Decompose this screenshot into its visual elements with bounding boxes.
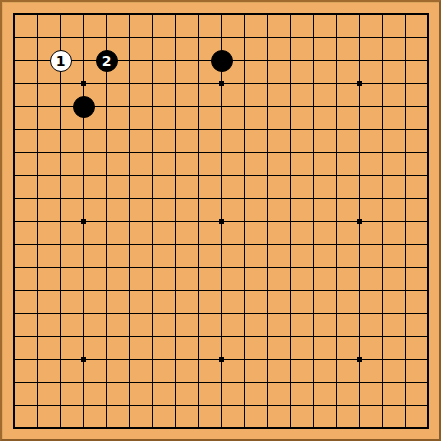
board-intersection[interactable] (141, 371, 164, 394)
board-intersection[interactable] (187, 26, 210, 49)
board-intersection[interactable] (394, 187, 417, 210)
board-intersection[interactable] (164, 210, 187, 233)
board-intersection[interactable] (325, 95, 348, 118)
board-intersection[interactable] (233, 348, 256, 371)
board-intersection[interactable] (348, 141, 371, 164)
board-intersection[interactable] (256, 3, 279, 26)
board-intersection[interactable] (348, 26, 371, 49)
board-intersection[interactable] (72, 26, 95, 49)
board-intersection[interactable] (325, 141, 348, 164)
board-intersection[interactable] (348, 72, 371, 95)
board-intersection[interactable] (417, 118, 440, 141)
board-intersection[interactable] (394, 417, 417, 440)
board-intersection[interactable] (72, 371, 95, 394)
board-intersection[interactable] (325, 279, 348, 302)
board-intersection[interactable] (394, 348, 417, 371)
board-intersection[interactable] (302, 118, 325, 141)
board-intersection[interactable] (325, 302, 348, 325)
board-intersection[interactable] (49, 210, 72, 233)
board-intersection[interactable] (210, 233, 233, 256)
board-intersection[interactable] (3, 417, 26, 440)
board-intersection[interactable] (118, 302, 141, 325)
board-intersection[interactable] (210, 210, 233, 233)
board-intersection[interactable] (187, 210, 210, 233)
board-intersection[interactable] (3, 118, 26, 141)
board-intersection[interactable] (72, 325, 95, 348)
board-intersection[interactable] (371, 3, 394, 26)
board-intersection[interactable] (118, 210, 141, 233)
board-intersection[interactable] (417, 141, 440, 164)
board-intersection[interactable] (279, 187, 302, 210)
board-intersection[interactable] (72, 210, 95, 233)
board-intersection[interactable] (141, 302, 164, 325)
board-intersection[interactable] (279, 141, 302, 164)
board-intersection[interactable] (302, 49, 325, 72)
board-intersection[interactable] (279, 26, 302, 49)
board-intersection[interactable] (302, 371, 325, 394)
board-intersection[interactable] (95, 3, 118, 26)
board-intersection[interactable] (141, 187, 164, 210)
board-intersection[interactable] (141, 49, 164, 72)
board-intersection[interactable] (187, 371, 210, 394)
board-intersection[interactable] (371, 256, 394, 279)
board-intersection[interactable] (210, 256, 233, 279)
board-intersection[interactable] (26, 26, 49, 49)
board-intersection[interactable] (187, 187, 210, 210)
board-intersection[interactable] (348, 256, 371, 279)
board-intersection[interactable] (348, 3, 371, 26)
board-intersection[interactable] (141, 118, 164, 141)
board-intersection[interactable] (26, 164, 49, 187)
board-intersection[interactable] (417, 26, 440, 49)
board-intersection[interactable] (256, 394, 279, 417)
board-intersection[interactable] (417, 371, 440, 394)
board-intersection[interactable] (371, 72, 394, 95)
board-intersection[interactable] (3, 302, 26, 325)
board-intersection[interactable] (417, 164, 440, 187)
board-intersection[interactable] (210, 49, 233, 72)
board-intersection[interactable] (371, 49, 394, 72)
board-intersection[interactable] (302, 394, 325, 417)
board-intersection[interactable] (72, 95, 95, 118)
board-intersection[interactable] (118, 394, 141, 417)
board-intersection[interactable] (256, 371, 279, 394)
board-intersection[interactable] (325, 187, 348, 210)
board-intersection[interactable] (49, 279, 72, 302)
board-intersection[interactable] (95, 256, 118, 279)
board-intersection[interactable] (279, 233, 302, 256)
board-intersection[interactable] (210, 348, 233, 371)
board-intersection[interactable] (164, 279, 187, 302)
board-intersection[interactable] (95, 371, 118, 394)
board-intersection[interactable] (302, 279, 325, 302)
board-intersection[interactable] (371, 371, 394, 394)
board-intersection[interactable] (394, 233, 417, 256)
board-intersection[interactable] (371, 210, 394, 233)
board-intersection[interactable] (3, 348, 26, 371)
board-intersection[interactable] (141, 3, 164, 26)
board-intersection[interactable] (348, 417, 371, 440)
board-intersection[interactable] (325, 371, 348, 394)
board-intersection[interactable] (256, 49, 279, 72)
board-intersection[interactable] (118, 348, 141, 371)
board-intersection[interactable] (348, 394, 371, 417)
board-intersection[interactable] (394, 95, 417, 118)
board-intersection[interactable] (371, 187, 394, 210)
board-intersection[interactable] (348, 348, 371, 371)
board-intersection[interactable] (3, 325, 26, 348)
board-intersection[interactable] (302, 26, 325, 49)
board-intersection[interactable] (233, 394, 256, 417)
board-intersection[interactable] (394, 371, 417, 394)
board-intersection[interactable] (210, 26, 233, 49)
board-intersection[interactable] (118, 279, 141, 302)
board-intersection[interactable] (49, 394, 72, 417)
board-intersection[interactable] (49, 95, 72, 118)
board-intersection[interactable] (187, 302, 210, 325)
board-intersection[interactable] (371, 279, 394, 302)
board-intersection[interactable] (95, 233, 118, 256)
board-intersection[interactable] (279, 256, 302, 279)
board-intersection[interactable] (325, 49, 348, 72)
board-intersection[interactable] (164, 3, 187, 26)
board-intersection[interactable] (371, 302, 394, 325)
board-intersection[interactable] (187, 141, 210, 164)
board-intersection[interactable] (3, 256, 26, 279)
board-intersection[interactable] (394, 164, 417, 187)
board-intersection[interactable] (233, 187, 256, 210)
board-intersection[interactable] (26, 279, 49, 302)
board-intersection[interactable] (95, 72, 118, 95)
board-intersection[interactable] (118, 72, 141, 95)
board-intersection[interactable] (49, 233, 72, 256)
board-intersection[interactable] (210, 371, 233, 394)
board-intersection[interactable] (371, 348, 394, 371)
board-intersection[interactable] (348, 279, 371, 302)
board-intersection[interactable] (417, 233, 440, 256)
board-intersection[interactable] (371, 164, 394, 187)
board-intersection[interactable] (3, 279, 26, 302)
board-intersection[interactable] (164, 72, 187, 95)
board-intersection[interactable] (49, 187, 72, 210)
board-intersection[interactable] (95, 325, 118, 348)
board-intersection[interactable] (256, 210, 279, 233)
board-intersection[interactable] (164, 348, 187, 371)
board-intersection[interactable] (256, 233, 279, 256)
board-intersection[interactable] (26, 3, 49, 26)
board-intersection[interactable] (233, 417, 256, 440)
board-intersection[interactable] (371, 325, 394, 348)
board-intersection[interactable] (279, 164, 302, 187)
board-intersection[interactable] (417, 348, 440, 371)
board-intersection[interactable] (302, 348, 325, 371)
board-intersection[interactable] (72, 72, 95, 95)
board-intersection[interactable] (95, 394, 118, 417)
board-intersection[interactable] (417, 187, 440, 210)
board-intersection[interactable] (417, 95, 440, 118)
board-intersection[interactable] (417, 49, 440, 72)
board-intersection[interactable] (141, 233, 164, 256)
board-intersection[interactable] (256, 348, 279, 371)
board-intersection[interactable]: 1 (49, 49, 72, 72)
board-intersection[interactable] (417, 279, 440, 302)
board-intersection[interactable] (348, 49, 371, 72)
board-intersection[interactable] (302, 187, 325, 210)
board-intersection[interactable] (95, 141, 118, 164)
board-intersection[interactable] (141, 394, 164, 417)
board-intersection[interactable] (302, 233, 325, 256)
board-intersection[interactable] (3, 187, 26, 210)
board-intersection[interactable] (371, 394, 394, 417)
board-intersection[interactable] (26, 187, 49, 210)
board-intersection[interactable] (417, 3, 440, 26)
board-intersection[interactable] (118, 118, 141, 141)
board-intersection[interactable] (233, 279, 256, 302)
board-intersection[interactable] (72, 164, 95, 187)
board-intersection[interactable] (72, 141, 95, 164)
board-intersection[interactable] (348, 164, 371, 187)
board-intersection[interactable] (233, 302, 256, 325)
board-intersection[interactable] (49, 302, 72, 325)
board-intersection[interactable] (141, 348, 164, 371)
board-intersection[interactable] (417, 256, 440, 279)
board-intersection[interactable] (164, 325, 187, 348)
board-intersection[interactable] (394, 118, 417, 141)
board-intersection[interactable] (279, 279, 302, 302)
board-intersection[interactable] (256, 26, 279, 49)
board-intersection[interactable] (256, 95, 279, 118)
board-intersection[interactable] (95, 118, 118, 141)
board-intersection[interactable] (325, 256, 348, 279)
board-intersection[interactable] (233, 118, 256, 141)
board-intersection[interactable] (279, 49, 302, 72)
board-intersection[interactable] (233, 256, 256, 279)
board-intersection[interactable] (302, 141, 325, 164)
board-intersection[interactable] (72, 348, 95, 371)
board-intersection[interactable] (49, 26, 72, 49)
board-intersection[interactable] (3, 394, 26, 417)
board-intersection[interactable] (279, 118, 302, 141)
board-intersection[interactable] (394, 279, 417, 302)
board-intersection[interactable] (187, 95, 210, 118)
board-intersection[interactable] (49, 118, 72, 141)
board-intersection[interactable] (325, 118, 348, 141)
board-intersection[interactable] (325, 325, 348, 348)
board-intersection[interactable] (210, 3, 233, 26)
board-intersection[interactable] (3, 371, 26, 394)
board-intersection[interactable] (187, 72, 210, 95)
board-intersection[interactable] (164, 394, 187, 417)
board-intersection[interactable] (141, 72, 164, 95)
board-intersection[interactable] (417, 325, 440, 348)
board-intersection[interactable] (26, 302, 49, 325)
board-intersection[interactable] (210, 325, 233, 348)
board-intersection[interactable] (279, 210, 302, 233)
board-intersection[interactable] (164, 118, 187, 141)
board-intersection[interactable] (118, 3, 141, 26)
board-intersection[interactable] (325, 233, 348, 256)
board-intersection[interactable] (348, 118, 371, 141)
board-intersection[interactable] (256, 417, 279, 440)
board-intersection[interactable] (233, 72, 256, 95)
board-intersection[interactable] (72, 302, 95, 325)
board-intersection[interactable] (3, 3, 26, 26)
board-intersection[interactable] (141, 325, 164, 348)
board-intersection[interactable] (417, 210, 440, 233)
board-intersection[interactable] (210, 95, 233, 118)
board-intersection[interactable] (233, 26, 256, 49)
board-intersection[interactable] (210, 141, 233, 164)
board-intersection[interactable] (26, 49, 49, 72)
board-intersection[interactable] (210, 164, 233, 187)
board-intersection[interactable] (26, 72, 49, 95)
board-intersection[interactable] (348, 233, 371, 256)
board-intersection[interactable] (95, 164, 118, 187)
board-intersection[interactable] (72, 49, 95, 72)
board-intersection[interactable] (325, 210, 348, 233)
board-intersection[interactable] (371, 95, 394, 118)
board-intersection[interactable] (302, 95, 325, 118)
board-intersection[interactable] (348, 302, 371, 325)
board-intersection[interactable] (233, 210, 256, 233)
board-intersection[interactable] (394, 72, 417, 95)
board-intersection[interactable] (187, 325, 210, 348)
black-stone[interactable] (211, 50, 233, 72)
board-intersection[interactable] (279, 3, 302, 26)
board-intersection[interactable] (233, 49, 256, 72)
board-intersection[interactable] (3, 72, 26, 95)
board-intersection[interactable] (325, 26, 348, 49)
board-intersection[interactable] (141, 279, 164, 302)
board-intersection[interactable] (325, 164, 348, 187)
board-intersection[interactable] (279, 417, 302, 440)
board-intersection[interactable] (348, 210, 371, 233)
board-intersection[interactable] (348, 187, 371, 210)
board-intersection[interactable] (187, 348, 210, 371)
board-intersection[interactable] (3, 141, 26, 164)
board-intersection[interactable] (394, 3, 417, 26)
board-intersection[interactable] (187, 279, 210, 302)
board-intersection[interactable] (302, 417, 325, 440)
board-intersection[interactable] (302, 256, 325, 279)
board-intersection[interactable] (26, 417, 49, 440)
board-intersection[interactable] (302, 325, 325, 348)
board-intersection[interactable] (325, 3, 348, 26)
board-intersection[interactable] (3, 233, 26, 256)
board-intersection[interactable] (417, 302, 440, 325)
board-intersection[interactable] (49, 141, 72, 164)
board-intersection[interactable] (95, 210, 118, 233)
board-intersection[interactable] (3, 26, 26, 49)
board-intersection[interactable] (279, 325, 302, 348)
board-intersection[interactable] (187, 164, 210, 187)
board-intersection[interactable] (26, 394, 49, 417)
board-intersection[interactable] (279, 95, 302, 118)
board-intersection[interactable] (256, 325, 279, 348)
board-intersection[interactable] (141, 210, 164, 233)
board-intersection[interactable] (394, 210, 417, 233)
board-intersection[interactable] (302, 164, 325, 187)
board-intersection[interactable] (233, 233, 256, 256)
board-intersection[interactable] (233, 164, 256, 187)
board-intersection[interactable] (256, 118, 279, 141)
board-intersection[interactable] (118, 233, 141, 256)
board-intersection[interactable] (371, 141, 394, 164)
board-intersection[interactable] (279, 394, 302, 417)
board-intersection[interactable] (95, 95, 118, 118)
board-intersection[interactable] (302, 302, 325, 325)
board-intersection[interactable] (118, 95, 141, 118)
board-intersection[interactable] (95, 348, 118, 371)
board-intersection[interactable] (417, 72, 440, 95)
board-intersection[interactable] (325, 394, 348, 417)
board-intersection[interactable] (164, 141, 187, 164)
board-intersection[interactable] (26, 371, 49, 394)
board-intersection[interactable] (49, 371, 72, 394)
board-intersection[interactable] (118, 325, 141, 348)
board-intersection[interactable] (256, 302, 279, 325)
board-intersection[interactable] (256, 279, 279, 302)
board-intersection[interactable] (118, 371, 141, 394)
board-intersection[interactable] (371, 233, 394, 256)
board-intersection[interactable] (394, 394, 417, 417)
board-intersection[interactable] (187, 256, 210, 279)
board-intersection[interactable] (256, 72, 279, 95)
board-intersection[interactable] (348, 95, 371, 118)
board-intersection[interactable] (279, 348, 302, 371)
board-intersection[interactable] (394, 302, 417, 325)
board-intersection[interactable] (233, 95, 256, 118)
board-intersection[interactable] (141, 164, 164, 187)
board-intersection[interactable] (417, 394, 440, 417)
board-intersection[interactable] (141, 26, 164, 49)
board-intersection[interactable] (3, 210, 26, 233)
board-intersection[interactable] (26, 233, 49, 256)
board-intersection[interactable] (141, 95, 164, 118)
board-intersection[interactable] (72, 417, 95, 440)
board-intersection[interactable] (118, 256, 141, 279)
board-intersection[interactable] (118, 26, 141, 49)
board-intersection[interactable] (325, 417, 348, 440)
board-intersection[interactable] (3, 95, 26, 118)
board-intersection[interactable] (118, 187, 141, 210)
board-intersection[interactable] (26, 118, 49, 141)
board-intersection[interactable] (371, 417, 394, 440)
board-intersection[interactable] (256, 256, 279, 279)
board-intersection[interactable] (210, 72, 233, 95)
white-stone[interactable]: 1 (50, 50, 72, 72)
board-intersection[interactable] (394, 325, 417, 348)
board-intersection[interactable] (3, 164, 26, 187)
board-intersection[interactable] (72, 118, 95, 141)
board-intersection[interactable] (187, 394, 210, 417)
board-intersection[interactable] (141, 417, 164, 440)
board-intersection[interactable] (210, 394, 233, 417)
board-intersection[interactable] (394, 49, 417, 72)
board-intersection[interactable] (3, 49, 26, 72)
board-intersection[interactable] (164, 371, 187, 394)
board-intersection[interactable] (279, 302, 302, 325)
board-intersection[interactable] (72, 279, 95, 302)
board-intersection[interactable] (233, 3, 256, 26)
board-intersection[interactable] (187, 233, 210, 256)
board-intersection[interactable] (49, 3, 72, 26)
board-intersection[interactable] (210, 417, 233, 440)
board-intersection[interactable] (210, 118, 233, 141)
board-intersection[interactable] (164, 26, 187, 49)
board-intersection[interactable] (302, 3, 325, 26)
board-intersection[interactable] (417, 417, 440, 440)
